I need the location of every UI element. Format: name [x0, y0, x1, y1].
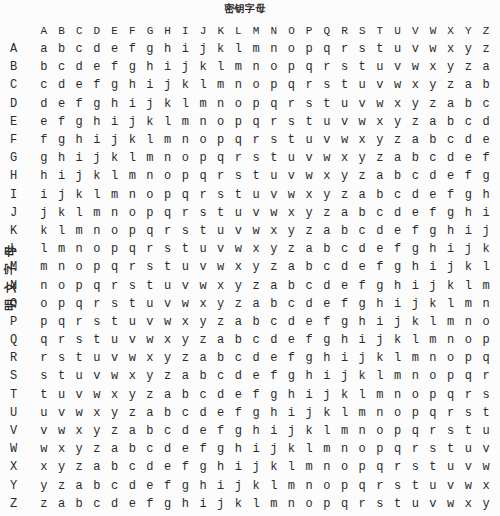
cipher-letter-cell: b: [212, 349, 230, 367]
cipher-letter-cell: m: [371, 386, 389, 404]
cipher-letter-cell: o: [177, 149, 195, 167]
cipher-letter-cell: z: [353, 167, 371, 185]
cipher-letter-cell: o: [442, 349, 460, 367]
cipher-letter-cell: u: [336, 95, 354, 113]
cipher-letter-cell: z: [70, 458, 88, 476]
cipher-letter-cell: l: [106, 167, 124, 185]
cipher-letter-cell: u: [442, 458, 460, 476]
cipher-letter-cell: u: [159, 276, 177, 294]
cipher-letter-cell: w: [194, 276, 212, 294]
cipher-letter-cell: y: [283, 222, 301, 240]
cipher-letter-cell: g: [389, 258, 407, 276]
cipher-letter-cell: f: [123, 40, 141, 58]
cipher-letter-cell: p: [230, 113, 248, 131]
cipher-letter-cell: d: [141, 458, 159, 476]
cipher-letter-cell: f: [460, 167, 478, 185]
cipher-letter-cell: b: [53, 40, 71, 58]
cipher-letter-cell: r: [177, 204, 195, 222]
cipher-letter-cell: m: [300, 458, 318, 476]
cipher-letter-cell: b: [336, 222, 354, 240]
cipher-letter-cell: e: [177, 440, 195, 458]
cipher-letter-cell: y: [159, 349, 177, 367]
cipher-letter-cell: c: [123, 458, 141, 476]
cipher-letter-cell: l: [35, 240, 53, 258]
cipher-letter-cell: p: [424, 386, 442, 404]
cipher-letter-cell: b: [406, 149, 424, 167]
cipher-letter-cell: i: [283, 404, 301, 422]
cipher-letter-cell: v: [177, 276, 195, 294]
cipher-letter-cell: t: [371, 40, 389, 58]
cipher-letter-cell: a: [88, 458, 106, 476]
cipher-letter-cell: v: [141, 313, 159, 331]
cipher-letter-cell: h: [230, 440, 248, 458]
cipher-letter-cell: o: [300, 495, 318, 513]
cipher-letter-cell: x: [353, 131, 371, 149]
cipher-letter-cell: x: [424, 58, 442, 76]
cipher-letter-cell: h: [88, 113, 106, 131]
cipher-letter-cell: f: [265, 367, 283, 385]
cipher-letter-cell: h: [265, 404, 283, 422]
cipher-letter-cell: h: [460, 204, 478, 222]
cipher-letter-cell: k: [283, 440, 301, 458]
cipher-letter-cell: o: [424, 367, 442, 385]
cipher-letter-cell: c: [247, 331, 265, 349]
cipher-letter-cell: d: [88, 40, 106, 58]
cipher-letter-cell: l: [265, 477, 283, 495]
cipher-letter-cell: z: [283, 240, 301, 258]
cipher-letter-cell: t: [406, 477, 424, 495]
cipher-letter-cell: x: [230, 258, 248, 276]
cipher-letter-cell: n: [177, 131, 195, 149]
cipher-letter-cell: v: [460, 458, 478, 476]
cipher-letter-cell: f: [141, 495, 159, 513]
cipher-letter-cell: z: [300, 222, 318, 240]
cipher-letter-cell: a: [424, 113, 442, 131]
cipher-letter-cell: p: [247, 95, 265, 113]
cipher-letter-cell: c: [194, 386, 212, 404]
cipher-letter-cell: x: [460, 495, 478, 513]
row-label-cell: F: [0, 131, 35, 149]
cipher-letter-cell: g: [424, 222, 442, 240]
cipher-letter-cell: d: [353, 240, 371, 258]
cipher-letter-cell: t: [247, 167, 265, 185]
cipher-letter-cell: y: [35, 477, 53, 495]
cipher-letter-cell: q: [477, 349, 495, 367]
cipher-letter-cell: s: [35, 367, 53, 385]
cipher-letter-cell: p: [336, 477, 354, 495]
cipher-letter-cell: l: [53, 222, 71, 240]
cipher-letter-cell: w: [53, 422, 71, 440]
cipher-letter-cell: g: [123, 58, 141, 76]
cipher-letter-cell: t: [53, 367, 71, 385]
cipher-letter-cell: u: [300, 131, 318, 149]
cipher-letter-cell: c: [318, 258, 336, 276]
cipher-letter-cell: r: [230, 149, 248, 167]
cipher-letter-cell: k: [212, 40, 230, 58]
cipher-letter-cell: y: [336, 167, 354, 185]
cipher-letter-cell: d: [424, 167, 442, 185]
row-label-cell: Q: [0, 331, 35, 349]
cipher-letter-cell: z: [460, 58, 478, 76]
cipher-letter-cell: y: [53, 458, 71, 476]
row-label-cell: I: [0, 186, 35, 204]
cipher-letter-cell: l: [389, 349, 407, 367]
cipher-letter-cell: u: [318, 113, 336, 131]
cipher-letter-cell: t: [194, 222, 212, 240]
cipher-letter-cell: s: [230, 167, 248, 185]
cipher-letter-cell: d: [300, 295, 318, 313]
cipher-letter-cell: m: [88, 204, 106, 222]
cipher-letter-cell: z: [318, 204, 336, 222]
cipher-letter-cell: m: [442, 313, 460, 331]
column-header-cell: M: [247, 22, 265, 40]
cipher-letter-cell: n: [477, 295, 495, 313]
cipher-letter-cell: d: [230, 367, 248, 385]
cipher-letter-cell: q: [159, 204, 177, 222]
cipher-letter-cell: p: [265, 76, 283, 94]
cipher-letter-cell: w: [460, 477, 478, 495]
column-header-cell: G: [141, 22, 159, 40]
row-label-cell: E: [0, 113, 35, 131]
cipher-letter-cell: k: [336, 386, 354, 404]
cipher-letter-cell: r: [300, 76, 318, 94]
cipher-letter-cell: x: [177, 313, 195, 331]
cipher-letter-cell: u: [265, 167, 283, 185]
cipher-letter-cell: w: [265, 204, 283, 222]
cipher-letter-cell: n: [389, 386, 407, 404]
cipher-letter-cell: f: [230, 404, 248, 422]
cipher-letter-cell: t: [159, 258, 177, 276]
row-label-cell: X: [0, 458, 35, 476]
cipher-letter-cell: b: [194, 367, 212, 385]
cipher-letter-cell: d: [212, 386, 230, 404]
cipher-letter-cell: y: [406, 95, 424, 113]
cipher-letter-cell: j: [265, 440, 283, 458]
column-header-cell: C: [70, 22, 88, 40]
cipher-letter-cell: q: [442, 386, 460, 404]
cipher-letter-cell: a: [477, 58, 495, 76]
cipher-letter-cell: g: [442, 204, 460, 222]
cipher-letter-cell: j: [336, 367, 354, 385]
cipher-letter-cell: c: [265, 313, 283, 331]
cipher-letter-cell: f: [283, 349, 301, 367]
cipher-letter-cell: n: [442, 331, 460, 349]
cipher-letter-cell: u: [106, 331, 124, 349]
cipher-letter-cell: u: [230, 204, 248, 222]
cipher-letter-cell: m: [265, 495, 283, 513]
row-label-cell: P: [0, 313, 35, 331]
cipher-letter-cell: i: [300, 386, 318, 404]
cipher-letter-cell: h: [159, 40, 177, 58]
cipher-letter-cell: x: [70, 422, 88, 440]
cipher-letter-cell: q: [353, 477, 371, 495]
cipher-letter-cell: y: [442, 58, 460, 76]
cipher-letter-cell: c: [106, 477, 124, 495]
cipher-letter-cell: t: [389, 495, 407, 513]
cipher-letter-cell: b: [477, 76, 495, 94]
cipher-letter-cell: q: [406, 422, 424, 440]
cipher-letter-cell: r: [106, 276, 124, 294]
cipher-letter-cell: h: [371, 295, 389, 313]
cipher-letter-cell: n: [353, 422, 371, 440]
cipher-letter-cell: a: [177, 367, 195, 385]
cipher-letter-cell: f: [336, 295, 354, 313]
cipher-letter-cell: b: [141, 422, 159, 440]
cipher-letter-cell: o: [371, 422, 389, 440]
cipher-letter-cell: s: [477, 386, 495, 404]
cipher-letter-cell: x: [35, 458, 53, 476]
cipher-letter-cell: j: [123, 113, 141, 131]
cipher-letter-cell: j: [88, 149, 106, 167]
cipher-letter-cell: b: [371, 186, 389, 204]
cipher-letter-cell: s: [265, 131, 283, 149]
cipher-letter-cell: n: [88, 222, 106, 240]
cipher-letter-cell: f: [177, 458, 195, 476]
column-header-cell: Y: [460, 22, 478, 40]
cipher-letter-cell: c: [212, 367, 230, 385]
cipher-letter-cell: k: [230, 495, 248, 513]
cipher-letter-cell: c: [424, 149, 442, 167]
cipher-letter-cell: o: [194, 131, 212, 149]
cipher-letter-cell: w: [247, 222, 265, 240]
cipher-letter-cell: m: [318, 440, 336, 458]
cipher-letter-cell: y: [318, 186, 336, 204]
cipher-letter-cell: q: [336, 495, 354, 513]
cipher-letter-cell: u: [70, 367, 88, 385]
cipher-letter-cell: u: [353, 76, 371, 94]
cipher-letter-cell: y: [141, 367, 159, 385]
cipher-letter-cell: q: [283, 76, 301, 94]
cipher-letter-cell: h: [300, 367, 318, 385]
cipher-letter-cell: h: [353, 313, 371, 331]
vigenere-grid: ABCDEFGHIJKLMNOPQRSTUVWXYZAabcdefghijklm…: [0, 22, 495, 513]
cipher-letter-cell: k: [159, 95, 177, 113]
cipher-letter-cell: f: [353, 276, 371, 294]
cipher-letter-cell: s: [283, 113, 301, 131]
cipher-letter-cell: a: [300, 240, 318, 258]
cipher-letter-cell: k: [477, 240, 495, 258]
cipher-letter-cell: r: [265, 113, 283, 131]
cipher-letter-cell: m: [424, 331, 442, 349]
cipher-letter-cell: l: [424, 313, 442, 331]
cipher-letter-cell: y: [106, 404, 124, 422]
cipher-letter-cell: e: [106, 40, 124, 58]
cipher-letter-cell: q: [300, 58, 318, 76]
cipher-letter-cell: i: [371, 313, 389, 331]
cipher-letter-cell: s: [123, 276, 141, 294]
cipher-letter-cell: f: [88, 76, 106, 94]
cipher-letter-cell: x: [300, 186, 318, 204]
cipher-letter-cell: z: [159, 367, 177, 385]
cipher-letter-cell: a: [230, 313, 248, 331]
cipher-letter-cell: m: [389, 367, 407, 385]
cipher-letter-cell: a: [442, 95, 460, 113]
cipher-letter-cell: v: [123, 331, 141, 349]
cipher-letter-cell: s: [159, 240, 177, 258]
cipher-letter-cell: f: [70, 95, 88, 113]
cipher-letter-cell: q: [88, 276, 106, 294]
cipher-letter-cell: k: [353, 367, 371, 385]
cipher-letter-cell: d: [406, 186, 424, 204]
cipher-letter-cell: r: [141, 240, 159, 258]
cipher-letter-cell: u: [123, 313, 141, 331]
cipher-letter-cell: y: [477, 495, 495, 513]
cipher-letter-cell: n: [371, 404, 389, 422]
cipher-letter-cell: l: [336, 404, 354, 422]
cipher-letter-cell: e: [283, 331, 301, 349]
cipher-letter-cell: s: [53, 349, 71, 367]
cipher-letter-cell: c: [88, 495, 106, 513]
cipher-letter-cell: r: [194, 186, 212, 204]
cipher-letter-cell: h: [389, 276, 407, 294]
cipher-letter-cell: x: [389, 95, 407, 113]
cipher-letter-cell: y: [424, 76, 442, 94]
cipher-letter-cell: u: [35, 404, 53, 422]
cipher-letter-cell: i: [177, 40, 195, 58]
cipher-letter-cell: i: [336, 349, 354, 367]
cipher-letter-cell: q: [194, 167, 212, 185]
cipher-letter-cell: q: [460, 367, 478, 385]
cipher-letter-cell: a: [212, 331, 230, 349]
cipher-letter-cell: j: [300, 404, 318, 422]
cipher-letter-cell: h: [442, 222, 460, 240]
cipher-letter-cell: j: [194, 40, 212, 58]
cipher-letter-cell: c: [159, 422, 177, 440]
cipher-letter-cell: u: [177, 258, 195, 276]
cipher-letter-cell: a: [389, 149, 407, 167]
cipher-letter-cell: b: [35, 58, 53, 76]
cipher-letter-cell: a: [70, 477, 88, 495]
cipher-letter-cell: m: [406, 349, 424, 367]
cipher-letter-cell: n: [141, 167, 159, 185]
cipher-letter-cell: n: [318, 458, 336, 476]
cipher-letter-cell: y: [212, 295, 230, 313]
cipher-letter-cell: w: [177, 295, 195, 313]
column-header-cell: X: [442, 22, 460, 40]
cipher-letter-cell: n: [336, 440, 354, 458]
cipher-letter-cell: d: [336, 258, 354, 276]
cipher-letter-cell: z: [247, 276, 265, 294]
cipher-letter-cell: i: [460, 222, 478, 240]
cipher-letter-cell: o: [88, 240, 106, 258]
cipher-letter-cell: l: [159, 113, 177, 131]
cipher-letter-cell: h: [177, 495, 195, 513]
column-header-cell: Z: [477, 22, 495, 40]
cipher-letter-cell: g: [300, 349, 318, 367]
column-header-cell: J: [194, 22, 212, 40]
cipher-letter-cell: o: [106, 222, 124, 240]
cipher-letter-cell: r: [123, 258, 141, 276]
row-label-cell: M: [0, 258, 35, 276]
cipher-letter-cell: x: [212, 276, 230, 294]
cipher-letter-cell: u: [194, 240, 212, 258]
cipher-letter-cell: s: [106, 295, 124, 313]
cipher-letter-cell: y: [177, 331, 195, 349]
cipher-letter-cell: n: [212, 95, 230, 113]
cipher-letter-cell: p: [477, 331, 495, 349]
cipher-letter-cell: s: [141, 258, 159, 276]
cipher-letter-cell: c: [460, 113, 478, 131]
cipher-letter-cell: l: [318, 422, 336, 440]
column-header-cell: B: [53, 22, 71, 40]
cipher-letter-cell: o: [123, 204, 141, 222]
cipher-letter-cell: q: [177, 186, 195, 204]
cipher-letter-cell: v: [424, 495, 442, 513]
cipher-letter-cell: l: [406, 331, 424, 349]
cipher-letter-cell: r: [406, 440, 424, 458]
row-label-cell: K: [0, 222, 35, 240]
cipher-letter-cell: w: [159, 313, 177, 331]
cipher-letter-cell: x: [123, 367, 141, 385]
cipher-letter-cell: p: [389, 422, 407, 440]
cipher-letter-cell: p: [88, 258, 106, 276]
cipher-letter-cell: i: [194, 495, 212, 513]
cipher-letter-cell: x: [442, 40, 460, 58]
cipher-letter-cell: q: [424, 404, 442, 422]
cipher-letter-cell: v: [159, 295, 177, 313]
cipher-letter-cell: z: [123, 404, 141, 422]
cipher-letter-cell: t: [123, 295, 141, 313]
cipher-letter-cell: x: [159, 331, 177, 349]
cipher-letter-cell: y: [230, 276, 248, 294]
cipher-letter-cell: t: [70, 349, 88, 367]
cipher-letter-cell: x: [53, 440, 71, 458]
cipher-letter-cell: k: [318, 404, 336, 422]
cipher-letter-cell: e: [353, 258, 371, 276]
column-header-cell: F: [123, 22, 141, 40]
cipher-letter-cell: j: [70, 167, 88, 185]
cipher-letter-cell: p: [53, 295, 71, 313]
cipher-letter-cell: h: [283, 386, 301, 404]
cipher-letter-cell: b: [442, 113, 460, 131]
cipher-letter-cell: b: [460, 95, 478, 113]
cipher-letter-cell: p: [194, 149, 212, 167]
cipher-letter-cell: a: [159, 386, 177, 404]
cipher-letter-cell: y: [389, 113, 407, 131]
cipher-letter-cell: t: [88, 331, 106, 349]
cipher-letter-cell: g: [353, 295, 371, 313]
cipher-letter-cell: x: [265, 222, 283, 240]
cipher-letter-cell: g: [70, 113, 88, 131]
cipher-letter-cell: r: [35, 349, 53, 367]
cipher-letter-cell: i: [442, 240, 460, 258]
cipher-letter-cell: y: [371, 131, 389, 149]
cipher-letter-cell: c: [336, 240, 354, 258]
cipher-letter-cell: f: [389, 240, 407, 258]
cipher-letter-cell: j: [53, 186, 71, 204]
cipher-letter-cell: l: [123, 149, 141, 167]
cipher-letter-cell: b: [159, 404, 177, 422]
cipher-letter-cell: n: [123, 186, 141, 204]
cipher-letter-cell: i: [106, 113, 124, 131]
cipher-letter-cell: s: [194, 204, 212, 222]
row-label-cell: C: [0, 76, 35, 94]
cipher-letter-cell: m: [212, 76, 230, 94]
cipher-letter-cell: n: [283, 495, 301, 513]
cipher-letter-cell: e: [300, 313, 318, 331]
cipher-letter-cell: p: [106, 240, 124, 258]
cipher-letter-cell: q: [318, 40, 336, 58]
cipher-letter-cell: r: [88, 295, 106, 313]
cipher-letter-cell: t: [212, 204, 230, 222]
cipher-letter-cell: l: [477, 258, 495, 276]
column-header-cell: A: [35, 22, 53, 40]
cipher-letter-cell: j: [371, 331, 389, 349]
cipher-letter-cell: y: [70, 440, 88, 458]
column-header-cell: R: [336, 22, 354, 40]
cipher-letter-cell: f: [424, 204, 442, 222]
cipher-letter-cell: y: [88, 422, 106, 440]
